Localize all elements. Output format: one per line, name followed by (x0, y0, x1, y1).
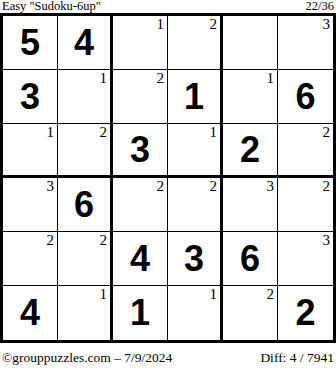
cell-r3c4[interactable]: 1 (168, 124, 223, 178)
corner-mark: 1 (100, 287, 108, 302)
cell-r2c4[interactable]: 1 (168, 70, 223, 124)
corner-mark: 2 (210, 179, 218, 194)
cell-r1c1[interactable]: 5 (3, 16, 58, 70)
corner-mark: 2 (210, 17, 218, 32)
cell-value: 6 (295, 79, 315, 115)
corner-mark: 2 (157, 179, 165, 194)
cell-r6c4[interactable]: 1 (168, 286, 223, 340)
cell-r3c6[interactable]: 2 (278, 124, 333, 178)
corner-mark: 3 (47, 179, 55, 194)
cell-r4c3[interactable]: 2 (113, 178, 168, 232)
copyright-text: ©grouppuzzles.com – 7/9/2024 (2, 350, 172, 366)
cell-value: 1 (184, 79, 204, 115)
footer: ©grouppuzzles.com – 7/9/2024 Diff: 4 / 7… (2, 350, 334, 366)
corner-mark: 2 (47, 233, 55, 248)
difficulty-text: Diff: 4 / 7941 (260, 350, 334, 366)
cell-value: 6 (240, 241, 260, 277)
cell-r1c6[interactable]: 3 (278, 16, 333, 70)
cell-value: 3 (184, 241, 204, 277)
cell-r1c2[interactable]: 4 (58, 16, 113, 70)
cell-value: 2 (295, 295, 315, 331)
cell-r6c1[interactable]: 4 (3, 286, 58, 340)
cell-r1c4[interactable]: 2 (168, 16, 223, 70)
corner-mark: 2 (267, 287, 275, 302)
cell-r1c3[interactable]: 1 (113, 16, 168, 70)
cell-value: 4 (20, 295, 40, 331)
sudoku-grid: 54123312116123122362232224363411122 (0, 13, 336, 343)
cell-r2c1[interactable]: 3 (3, 70, 58, 124)
cell-r5c1[interactable]: 2 (3, 232, 58, 286)
corner-mark: 2 (100, 125, 108, 140)
cell-r4c1[interactable]: 3 (3, 178, 58, 232)
puzzle-counter: 22/36 (306, 0, 334, 13)
cell-r5c6[interactable]: 3 (278, 232, 333, 286)
corner-mark: 2 (157, 71, 165, 86)
cell-r6c6[interactable]: 2 (278, 286, 333, 340)
cell-r4c5[interactable]: 3 (223, 178, 278, 232)
cell-r6c5[interactable]: 2 (223, 286, 278, 340)
corner-mark: 1 (47, 125, 55, 140)
puzzle-title: Easy "Sudoku-6up" (2, 0, 101, 13)
cell-value: 4 (130, 241, 150, 277)
cell-value: 6 (74, 187, 94, 223)
corner-mark: 3 (267, 179, 275, 194)
puzzle-page: Easy "Sudoku-6up" 22/36 5412331211612312… (0, 0, 336, 370)
cell-r5c2[interactable]: 2 (58, 232, 113, 286)
cell-r3c3[interactable]: 3 (113, 124, 168, 178)
cell-value: 1 (130, 295, 150, 331)
cell-r2c5[interactable]: 1 (223, 70, 278, 124)
cell-r3c1[interactable]: 1 (3, 124, 58, 178)
cell-r4c6[interactable]: 2 (278, 178, 333, 232)
corner-mark: 2 (323, 125, 331, 140)
cell-r1c5[interactable] (223, 16, 278, 70)
cell-r2c3[interactable]: 2 (113, 70, 168, 124)
cell-r5c3[interactable]: 4 (113, 232, 168, 286)
corner-mark: 1 (210, 287, 218, 302)
cell-r3c2[interactable]: 2 (58, 124, 113, 178)
corner-mark: 1 (100, 71, 108, 86)
cell-r6c2[interactable]: 1 (58, 286, 113, 340)
corner-mark: 1 (157, 17, 165, 32)
cell-r2c2[interactable]: 1 (58, 70, 113, 124)
cell-value: 4 (74, 25, 94, 61)
cell-value: 2 (240, 132, 260, 168)
cell-r3c5[interactable]: 2 (223, 124, 278, 178)
corner-mark: 3 (323, 233, 331, 248)
cell-r5c4[interactable]: 3 (168, 232, 223, 286)
cell-value: 3 (20, 79, 40, 115)
corner-mark: 2 (100, 233, 108, 248)
corner-mark: 1 (267, 71, 275, 86)
cell-r2c6[interactable]: 6 (278, 70, 333, 124)
corner-mark: 1 (210, 125, 218, 140)
cell-value: 3 (130, 132, 150, 168)
cell-r4c4[interactable]: 2 (168, 178, 223, 232)
cell-r6c3[interactable]: 1 (113, 286, 168, 340)
cell-r4c2[interactable]: 6 (58, 178, 113, 232)
cell-r5c5[interactable]: 6 (223, 232, 278, 286)
cell-value: 5 (20, 25, 40, 61)
corner-mark: 3 (323, 17, 331, 32)
corner-mark: 2 (323, 179, 331, 194)
header: Easy "Sudoku-6up" 22/36 (2, 0, 334, 13)
